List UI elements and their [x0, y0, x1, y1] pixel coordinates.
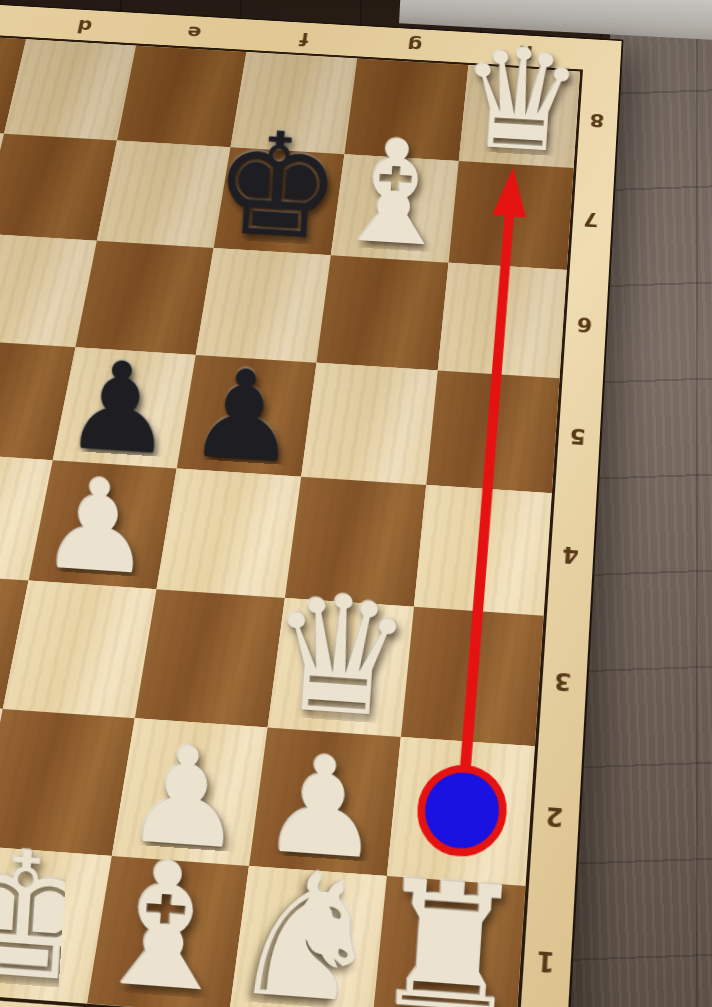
- square-h5[interactable]: [426, 370, 559, 493]
- piece-white-rook-h1[interactable]: ♜: [372, 809, 529, 1007]
- rank-label-4: 4: [544, 493, 597, 619]
- piece-black-pawn-f5[interactable]: ♟: [178, 282, 315, 481]
- board-border: abcdefgh12345678 ♛♚♝♟♟♟♛♟♟♚♝♞♜: [0, 0, 622, 1007]
- rank-label-5: 5: [552, 378, 603, 496]
- piece-white-pawn-e4[interactable]: ♟: [30, 388, 170, 593]
- square-h7[interactable]: [449, 161, 574, 270]
- square-h3[interactable]: [401, 607, 544, 747]
- white-bishop-glyph: ♝: [326, 118, 463, 268]
- file-label-f: f: [246, 20, 361, 59]
- chess-board-3d: abcdefgh12345678 ♛♚♝♟♟♟♛♟♟♚♝♞♜: [0, 0, 622, 1007]
- chess-scene: abcdefgh12345678 ♛♚♝♟♟♟♛♟♟♚♝♞♜: [0, 0, 712, 1007]
- piece-white-bishop-f1[interactable]: ♝: [88, 789, 244, 1007]
- rank-label-3: 3: [535, 616, 590, 750]
- file-label-d: d: [26, 7, 142, 46]
- square-h6[interactable]: [438, 263, 567, 379]
- piece-white-queen-h8[interactable]: ♛: [459, 0, 585, 173]
- white-bishop-glyph: ♝: [82, 835, 247, 1007]
- piece-black-king-f7[interactable]: ♚: [214, 73, 343, 260]
- rank-label-8: 8: [574, 72, 620, 171]
- square-g5[interactable]: [301, 363, 438, 485]
- file-label-e: e: [136, 13, 252, 52]
- white-rook-glyph: ♜: [366, 855, 532, 1007]
- rank-label-7: 7: [567, 168, 615, 273]
- file-label-g: g: [357, 26, 472, 65]
- white-knight-glyph: ♞: [224, 845, 390, 1007]
- file-label-h: h: [468, 32, 582, 71]
- square-d8[interactable]: [4, 39, 136, 140]
- piece-white-bishop-g7[interactable]: ♝: [331, 80, 460, 268]
- rank-label-6: 6: [560, 270, 609, 381]
- black-pawn-glyph: ♟: [185, 351, 302, 481]
- square-g6[interactable]: [316, 255, 448, 370]
- rank-label-2: 2: [525, 746, 582, 889]
- black-king-glyph: ♚: [209, 111, 345, 261]
- piece-white-knight-g1[interactable]: ♞: [230, 799, 387, 1007]
- square-h4[interactable]: [414, 485, 552, 616]
